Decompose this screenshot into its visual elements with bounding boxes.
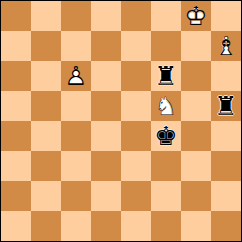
square-d7[interactable] xyxy=(91,31,121,61)
square-a1[interactable] xyxy=(1,211,31,241)
square-g1[interactable] xyxy=(181,211,211,241)
square-h1[interactable] xyxy=(211,211,241,241)
square-h2[interactable] xyxy=(211,181,241,211)
square-h3[interactable] xyxy=(211,151,241,181)
square-e2[interactable] xyxy=(121,181,151,211)
square-e6[interactable] xyxy=(121,61,151,91)
square-d2[interactable] xyxy=(91,181,121,211)
square-a4[interactable] xyxy=(1,121,31,151)
square-d4[interactable] xyxy=(91,121,121,151)
piece-white-knight[interactable]: ♞♘ xyxy=(151,91,181,121)
square-a2[interactable] xyxy=(1,181,31,211)
square-d8[interactable] xyxy=(91,1,121,31)
square-e3[interactable] xyxy=(121,151,151,181)
square-f8[interactable] xyxy=(151,1,181,31)
square-f6[interactable]: ♜ xyxy=(151,61,181,91)
piece-black-rook[interactable]: ♜ xyxy=(211,91,241,121)
square-f5[interactable]: ♞♘ xyxy=(151,91,181,121)
square-d5[interactable] xyxy=(91,91,121,121)
square-c2[interactable] xyxy=(61,181,91,211)
square-c5[interactable] xyxy=(61,91,91,121)
square-a5[interactable] xyxy=(1,91,31,121)
square-f3[interactable] xyxy=(151,151,181,181)
square-g6[interactable] xyxy=(181,61,211,91)
square-b3[interactable] xyxy=(31,151,61,181)
black-rook-icon: ♜ xyxy=(211,91,241,121)
chess-board-frame: ♚♔♝♗♟♙♜♞♘♜♚ xyxy=(0,0,242,242)
square-b7[interactable] xyxy=(31,31,61,61)
piece-black-rook[interactable]: ♜ xyxy=(151,61,181,91)
square-g5[interactable] xyxy=(181,91,211,121)
white-pawn-icon: ♙ xyxy=(61,61,91,91)
square-a3[interactable] xyxy=(1,151,31,181)
piece-white-king[interactable]: ♚♔ xyxy=(181,1,211,31)
square-f4[interactable]: ♚ xyxy=(151,121,181,151)
square-d6[interactable] xyxy=(91,61,121,91)
square-e7[interactable] xyxy=(121,31,151,61)
square-b6[interactable] xyxy=(31,61,61,91)
square-a6[interactable] xyxy=(1,61,31,91)
square-h8[interactable] xyxy=(211,1,241,31)
square-f7[interactable] xyxy=(151,31,181,61)
square-h4[interactable] xyxy=(211,121,241,151)
piece-white-pawn[interactable]: ♟♙ xyxy=(61,61,91,91)
black-rook-icon: ♜ xyxy=(151,61,181,91)
square-d1[interactable] xyxy=(91,211,121,241)
square-e8[interactable] xyxy=(121,1,151,31)
piece-black-king[interactable]: ♚ xyxy=(151,121,181,151)
square-b4[interactable] xyxy=(31,121,61,151)
square-d3[interactable] xyxy=(91,151,121,181)
square-g7[interactable] xyxy=(181,31,211,61)
square-c1[interactable] xyxy=(61,211,91,241)
white-king-icon: ♔ xyxy=(181,1,211,31)
square-e1[interactable] xyxy=(121,211,151,241)
square-h7[interactable]: ♝♗ xyxy=(211,31,241,61)
piece-white-bishop[interactable]: ♝♗ xyxy=(211,31,241,61)
black-king-icon: ♚ xyxy=(151,121,181,151)
square-g8[interactable]: ♚♔ xyxy=(181,1,211,31)
square-f1[interactable] xyxy=(151,211,181,241)
square-a7[interactable] xyxy=(1,31,31,61)
square-g3[interactable] xyxy=(181,151,211,181)
square-h6[interactable] xyxy=(211,61,241,91)
white-knight-icon: ♘ xyxy=(151,91,181,121)
square-e5[interactable] xyxy=(121,91,151,121)
square-f2[interactable] xyxy=(151,181,181,211)
square-b5[interactable] xyxy=(31,91,61,121)
square-g2[interactable] xyxy=(181,181,211,211)
square-c3[interactable] xyxy=(61,151,91,181)
square-c8[interactable] xyxy=(61,1,91,31)
square-c6[interactable]: ♟♙ xyxy=(61,61,91,91)
square-g4[interactable] xyxy=(181,121,211,151)
chess-board: ♚♔♝♗♟♙♜♞♘♜♚ xyxy=(1,1,241,241)
square-c7[interactable] xyxy=(61,31,91,61)
white-bishop-icon: ♗ xyxy=(211,31,241,61)
square-b8[interactable] xyxy=(31,1,61,31)
square-b1[interactable] xyxy=(31,211,61,241)
square-b2[interactable] xyxy=(31,181,61,211)
square-e4[interactable] xyxy=(121,121,151,151)
square-c4[interactable] xyxy=(61,121,91,151)
square-a8[interactable] xyxy=(1,1,31,31)
square-h5[interactable]: ♜ xyxy=(211,91,241,121)
